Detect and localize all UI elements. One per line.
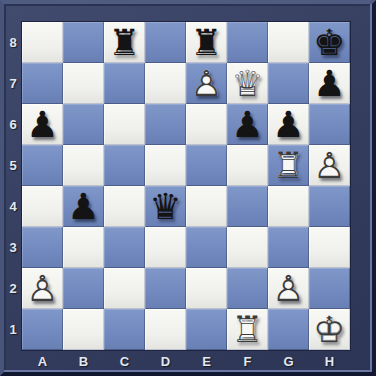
piece-black-pawn[interactable]: ♟ (268, 104, 309, 145)
square-f4[interactable] (227, 186, 268, 227)
rank-label-3: 3 (4, 227, 22, 268)
square-a1[interactable] (22, 309, 63, 350)
square-h8[interactable]: ♚ (309, 22, 350, 63)
square-a8[interactable] (22, 22, 63, 63)
file-label-e: E (186, 350, 227, 372)
square-g4[interactable] (268, 186, 309, 227)
rank-label-1: 1 (4, 309, 22, 350)
square-e2[interactable] (186, 268, 227, 309)
square-g8[interactable] (268, 22, 309, 63)
square-a3[interactable] (22, 227, 63, 268)
square-g6[interactable]: ♟ (268, 104, 309, 145)
square-e7[interactable]: ♟♙ (186, 63, 227, 104)
piece-white-pawn[interactable]: ♟♙ (268, 268, 309, 309)
square-d8[interactable] (145, 22, 186, 63)
piece-white-king[interactable]: ♚♔ (309, 309, 350, 350)
piece-white-rook[interactable]: ♜♖ (227, 309, 268, 350)
square-a5[interactable] (22, 145, 63, 186)
chess-board[interactable]: ♜♜♚♟♙♛♕♟♟♟♟♜♖♟♙♟♛♟♙♟♙♜♖♚♔ (22, 22, 350, 350)
square-d5[interactable] (145, 145, 186, 186)
file-labels: ABCDEFGH (22, 350, 350, 372)
file-label-f: F (227, 350, 268, 372)
square-b7[interactable] (63, 63, 104, 104)
file-label-b: B (63, 350, 104, 372)
piece-black-rook[interactable]: ♜ (104, 22, 145, 63)
white-piece-outline-glyph: ♖ (227, 309, 268, 350)
square-b1[interactable] (63, 309, 104, 350)
square-g2[interactable]: ♟♙ (268, 268, 309, 309)
piece-black-pawn[interactable]: ♟ (22, 104, 63, 145)
rank-label-7: 7 (4, 63, 22, 104)
square-c6[interactable] (104, 104, 145, 145)
square-d2[interactable] (145, 268, 186, 309)
square-e4[interactable] (186, 186, 227, 227)
square-c1[interactable] (104, 309, 145, 350)
piece-white-queen[interactable]: ♛♕ (227, 63, 268, 104)
square-c5[interactable] (104, 145, 145, 186)
file-label-a: A (22, 350, 63, 372)
white-piece-outline-glyph: ♖ (268, 145, 309, 186)
square-h2[interactable] (309, 268, 350, 309)
square-b3[interactable] (63, 227, 104, 268)
file-label-c: C (104, 350, 145, 372)
square-f3[interactable] (227, 227, 268, 268)
chess-diagram: 87654321 ♜♜♚♟♙♛♕♟♟♟♟♜♖♟♙♟♛♟♙♟♙♜♖♚♔ ABCDE… (0, 0, 376, 376)
square-f6[interactable]: ♟ (227, 104, 268, 145)
square-f7[interactable]: ♛♕ (227, 63, 268, 104)
square-d6[interactable] (145, 104, 186, 145)
file-label-d: D (145, 350, 186, 372)
file-label-h: H (309, 350, 350, 372)
square-b8[interactable] (63, 22, 104, 63)
white-piece-outline-glyph: ♙ (22, 268, 63, 309)
rank-labels: 87654321 (4, 22, 22, 350)
square-b2[interactable] (63, 268, 104, 309)
square-g1[interactable] (268, 309, 309, 350)
square-e1[interactable] (186, 309, 227, 350)
square-h6[interactable] (309, 104, 350, 145)
square-e8[interactable]: ♜ (186, 22, 227, 63)
white-piece-outline-glyph: ♔ (309, 309, 350, 350)
white-piece-outline-glyph: ♙ (309, 145, 350, 186)
rank-label-5: 5 (4, 145, 22, 186)
square-a6[interactable]: ♟ (22, 104, 63, 145)
piece-black-queen[interactable]: ♛ (145, 186, 186, 227)
piece-black-pawn[interactable]: ♟ (227, 104, 268, 145)
square-a7[interactable] (22, 63, 63, 104)
square-a2[interactable]: ♟♙ (22, 268, 63, 309)
square-b4[interactable]: ♟ (63, 186, 104, 227)
square-f8[interactable] (227, 22, 268, 63)
piece-black-rook[interactable]: ♜ (186, 22, 227, 63)
piece-black-pawn[interactable]: ♟ (309, 63, 350, 104)
square-c4[interactable] (104, 186, 145, 227)
square-h7[interactable]: ♟ (309, 63, 350, 104)
square-d1[interactable] (145, 309, 186, 350)
square-e3[interactable] (186, 227, 227, 268)
square-e5[interactable] (186, 145, 227, 186)
square-e6[interactable] (186, 104, 227, 145)
square-d3[interactable] (145, 227, 186, 268)
square-d7[interactable] (145, 63, 186, 104)
square-f5[interactable] (227, 145, 268, 186)
white-piece-outline-glyph: ♙ (268, 268, 309, 309)
white-piece-outline-glyph: ♙ (186, 63, 227, 104)
square-f1[interactable]: ♜♖ (227, 309, 268, 350)
square-h1[interactable]: ♚♔ (309, 309, 350, 350)
square-c2[interactable] (104, 268, 145, 309)
square-g7[interactable] (268, 63, 309, 104)
square-h5[interactable]: ♟♙ (309, 145, 350, 186)
rank-label-2: 2 (4, 268, 22, 309)
square-h3[interactable] (309, 227, 350, 268)
square-f2[interactable] (227, 268, 268, 309)
rank-label-4: 4 (4, 186, 22, 227)
square-g3[interactable] (268, 227, 309, 268)
file-label-g: G (268, 350, 309, 372)
piece-white-rook[interactable]: ♜♖ (268, 145, 309, 186)
square-b6[interactable] (63, 104, 104, 145)
piece-white-pawn[interactable]: ♟♙ (186, 63, 227, 104)
white-piece-outline-glyph: ♕ (227, 63, 268, 104)
piece-black-king[interactable]: ♚ (309, 22, 350, 63)
square-c8[interactable]: ♜ (104, 22, 145, 63)
piece-black-pawn[interactable]: ♟ (63, 186, 104, 227)
square-b5[interactable] (63, 145, 104, 186)
rank-label-8: 8 (4, 22, 22, 63)
square-c3[interactable] (104, 227, 145, 268)
rank-label-6: 6 (4, 104, 22, 145)
square-a4[interactable] (22, 186, 63, 227)
square-h4[interactable] (309, 186, 350, 227)
piece-white-pawn[interactable]: ♟♙ (309, 145, 350, 186)
square-g5[interactable]: ♜♖ (268, 145, 309, 186)
square-d4[interactable]: ♛ (145, 186, 186, 227)
piece-white-pawn[interactable]: ♟♙ (22, 268, 63, 309)
square-c7[interactable] (104, 63, 145, 104)
